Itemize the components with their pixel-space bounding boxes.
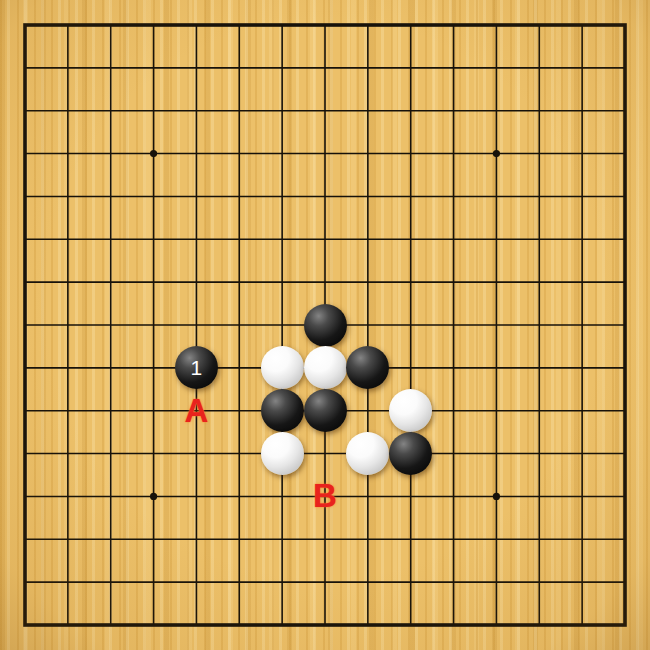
board-label-A[interactable]: A <box>185 394 209 427</box>
black-stone <box>261 389 304 432</box>
white-stone <box>261 432 304 475</box>
move-number: 1 <box>175 346 218 389</box>
black-stone <box>304 389 347 432</box>
black-stone <box>389 432 432 475</box>
white-stone <box>304 346 347 389</box>
white-stone <box>261 346 304 389</box>
black-stone: 1 <box>175 346 218 389</box>
gomoku-board[interactable]: 1 AB <box>0 0 650 650</box>
board-label-B[interactable]: B <box>313 479 337 512</box>
black-stone <box>304 304 347 347</box>
